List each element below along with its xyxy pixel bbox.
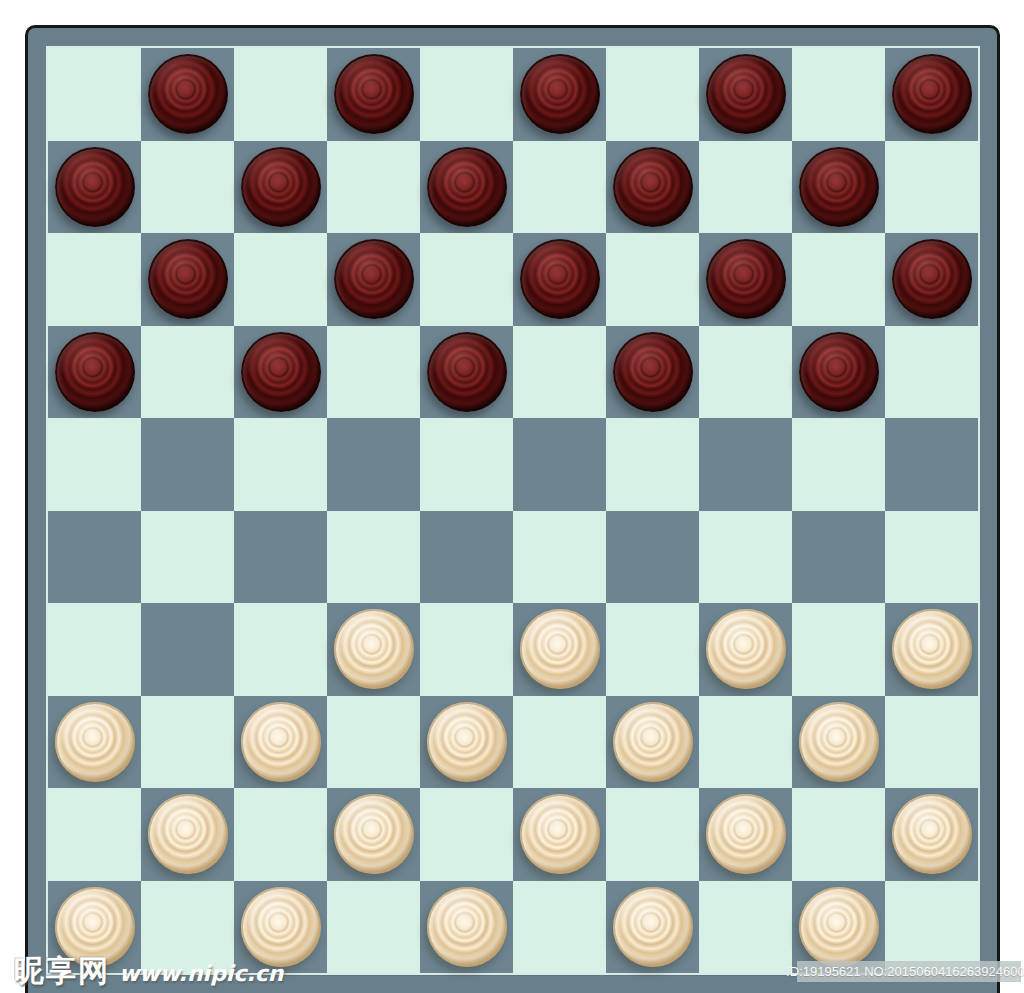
square-r5c3[interactable] [234,418,327,511]
square-r7c10[interactable] [885,603,978,696]
square-r2c5[interactable] [420,141,513,234]
square-r10c2[interactable] [141,881,234,974]
dark-red-man[interactable] [148,54,228,134]
screenshot-canvas: 昵享网 www.nipic.cn ID:19195621 NO:20150604… [0,0,1024,993]
square-r3c2[interactable] [141,233,234,326]
square-r5c5[interactable] [420,418,513,511]
square-r6c8[interactable] [699,511,792,604]
square-r7c7[interactable] [606,603,699,696]
cream-man[interactable] [520,794,600,874]
square-r4c2[interactable] [141,326,234,419]
cream-man[interactable] [706,794,786,874]
square-r2c6[interactable] [513,141,606,234]
square-r5c7[interactable] [606,418,699,511]
square-r9c7[interactable] [606,788,699,881]
board-frame [25,25,1000,993]
dark-red-man[interactable] [613,332,693,412]
square-r2c10[interactable] [885,141,978,234]
square-r10c1[interactable] [48,881,141,974]
square-r7c9[interactable] [792,603,885,696]
square-r2c8[interactable] [699,141,792,234]
square-r9c3[interactable] [234,788,327,881]
square-r9c9[interactable] [792,788,885,881]
square-r5c1[interactable] [48,418,141,511]
dark-red-man[interactable] [799,332,879,412]
square-r10c10[interactable] [885,881,978,974]
square-r2c7[interactable] [606,141,699,234]
square-r1c6[interactable] [513,48,606,141]
square-r6c7[interactable] [606,511,699,604]
dark-red-man[interactable] [613,147,693,227]
square-r8c5[interactable] [420,696,513,789]
square-r8c6[interactable] [513,696,606,789]
dark-red-man[interactable] [799,147,879,227]
square-r7c3[interactable] [234,603,327,696]
square-r1c5[interactable] [420,48,513,141]
square-r10c4[interactable] [327,881,420,974]
square-r9c10[interactable] [885,788,978,881]
square-r4c1[interactable] [48,326,141,419]
cream-man[interactable] [892,609,972,689]
dark-red-man[interactable] [520,54,600,134]
square-r3c10[interactable] [885,233,978,326]
square-r9c2[interactable] [141,788,234,881]
dark-red-man[interactable] [334,239,414,319]
cream-man[interactable] [799,887,879,967]
square-r6c6[interactable] [513,511,606,604]
square-r6c2[interactable] [141,511,234,604]
square-r8c9[interactable] [792,696,885,789]
square-r1c1[interactable] [48,48,141,141]
dark-red-man[interactable] [55,332,135,412]
square-r5c8[interactable] [699,418,792,511]
dark-red-man[interactable] [148,239,228,319]
square-r5c9[interactable] [792,418,885,511]
watermark-id-bar: ID:19195621 NO:20150604162639246000 [797,961,1021,982]
cream-man[interactable] [799,702,879,782]
square-r6c5[interactable] [420,511,513,604]
cream-man[interactable] [241,887,321,967]
square-r4c4[interactable] [327,326,420,419]
square-r3c7[interactable] [606,233,699,326]
square-r7c1[interactable] [48,603,141,696]
dark-red-man[interactable] [892,239,972,319]
square-r1c9[interactable] [792,48,885,141]
dark-red-man[interactable] [520,239,600,319]
square-r9c1[interactable] [48,788,141,881]
dark-red-man[interactable] [241,147,321,227]
watermark-id-text: ID:19195621 NO:20150604162639246000 [786,964,1024,979]
square-r3c6[interactable] [513,233,606,326]
dark-red-man[interactable] [427,332,507,412]
square-r6c10[interactable] [885,511,978,604]
square-r6c3[interactable] [234,511,327,604]
square-r10c8[interactable] [699,881,792,974]
cream-man[interactable] [613,887,693,967]
square-r2c2[interactable] [141,141,234,234]
square-r4c7[interactable] [606,326,699,419]
square-r8c10[interactable] [885,696,978,789]
dark-red-man[interactable] [427,147,507,227]
square-r2c1[interactable] [48,141,141,234]
square-r5c6[interactable] [513,418,606,511]
cream-man[interactable] [613,702,693,782]
square-r9c8[interactable] [699,788,792,881]
square-r3c3[interactable] [234,233,327,326]
cream-man[interactable] [520,609,600,689]
square-r1c3[interactable] [234,48,327,141]
square-r9c4[interactable] [327,788,420,881]
square-r9c6[interactable] [513,788,606,881]
square-r3c1[interactable] [48,233,141,326]
cream-man[interactable] [706,609,786,689]
square-r1c8[interactable] [699,48,792,141]
square-r8c2[interactable] [141,696,234,789]
square-r3c8[interactable] [699,233,792,326]
square-r9c5[interactable] [420,788,513,881]
cream-man[interactable] [55,887,135,967]
cream-man[interactable] [427,702,507,782]
square-r8c4[interactable] [327,696,420,789]
square-r10c9[interactable] [792,881,885,974]
cream-man[interactable] [55,702,135,782]
square-r6c1[interactable] [48,511,141,604]
square-r4c8[interactable] [699,326,792,419]
square-r3c5[interactable] [420,233,513,326]
square-r1c2[interactable] [141,48,234,141]
square-r8c8[interactable] [699,696,792,789]
square-r6c9[interactable] [792,511,885,604]
square-r3c9[interactable] [792,233,885,326]
square-r10c6[interactable] [513,881,606,974]
dark-red-man[interactable] [706,54,786,134]
square-r4c9[interactable] [792,326,885,419]
square-r7c6[interactable] [513,603,606,696]
square-r4c10[interactable] [885,326,978,419]
square-r7c4[interactable] [327,603,420,696]
cream-man[interactable] [892,794,972,874]
square-r8c3[interactable] [234,696,327,789]
checkers-board [48,48,978,973]
square-r3c4[interactable] [327,233,420,326]
square-r7c8[interactable] [699,603,792,696]
dark-red-man[interactable] [241,332,321,412]
square-r4c5[interactable] [420,326,513,419]
cream-man[interactable] [241,702,321,782]
dark-red-man[interactable] [334,54,414,134]
cream-man[interactable] [148,794,228,874]
square-r2c3[interactable] [234,141,327,234]
square-r5c4[interactable] [327,418,420,511]
square-r10c3[interactable] [234,881,327,974]
square-r10c7[interactable] [606,881,699,974]
dark-red-man[interactable] [706,239,786,319]
square-r10c5[interactable] [420,881,513,974]
square-r2c9[interactable] [792,141,885,234]
square-r4c6[interactable] [513,326,606,419]
square-r4c3[interactable] [234,326,327,419]
square-r8c7[interactable] [606,696,699,789]
square-r6c4[interactable] [327,511,420,604]
square-r8c1[interactable] [48,696,141,789]
square-r5c2[interactable] [141,418,234,511]
cream-man[interactable] [427,887,507,967]
cream-man[interactable] [334,609,414,689]
square-r1c7[interactable] [606,48,699,141]
square-r2c4[interactable] [327,141,420,234]
square-r1c10[interactable] [885,48,978,141]
dark-red-man[interactable] [892,54,972,134]
dark-red-man[interactable] [55,147,135,227]
square-r5c10[interactable] [885,418,978,511]
square-r7c5[interactable] [420,603,513,696]
square-r7c2[interactable] [141,603,234,696]
square-r1c4[interactable] [327,48,420,141]
cream-man[interactable] [334,794,414,874]
